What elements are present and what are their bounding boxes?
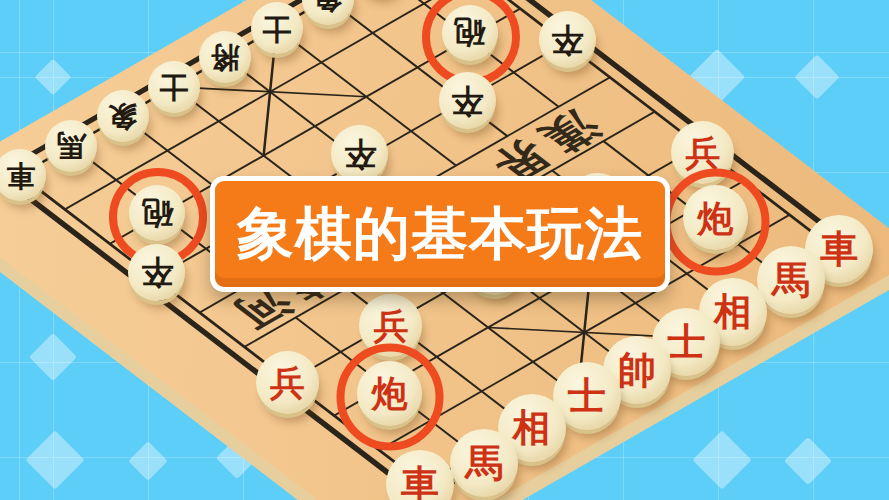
piece-glyph: 將 <box>211 43 240 72</box>
piece-glyph: 卒 <box>344 138 376 170</box>
piece-black-soldier[interactable]: 卒 <box>539 11 596 68</box>
piece-red-cannon[interactable]: 炮 <box>357 361 422 426</box>
piece-red-horse[interactable]: 馬 <box>450 429 518 497</box>
piece-glyph: 士 <box>667 323 705 361</box>
piece-black-elephant[interactable]: 象 <box>97 90 149 142</box>
piece-glyph: 卒 <box>551 24 583 56</box>
piece-black-advisor[interactable]: 士 <box>251 2 303 54</box>
piece-glyph: 車 <box>6 161 35 190</box>
piece-black-soldier[interactable]: 卒 <box>128 244 185 301</box>
piece-glyph: 象 <box>108 102 137 131</box>
scene: 楚河漢界 車馬象士將士象馬車砲砲卒卒卒卒卒兵兵兵兵兵炮炮車馬相士帥士相馬車 象棋… <box>0 0 889 500</box>
piece-glyph: 帥 <box>618 351 656 389</box>
piece-glyph: 炮 <box>697 200 733 236</box>
piece-glyph: 士 <box>159 72 188 101</box>
piece-glyph: 兵 <box>685 135 720 170</box>
piece-black-cannon[interactable]: 砲 <box>442 5 498 61</box>
piece-glyph: 砲 <box>454 17 485 48</box>
piece-glyph: 卒 <box>141 256 173 288</box>
piece-glyph: 車 <box>401 465 439 500</box>
piece-glyph: 馬 <box>772 261 810 299</box>
piece-glyph: 卒 <box>451 85 483 117</box>
piece-red-soldier[interactable]: 兵 <box>256 351 319 414</box>
piece-glyph: 車 <box>820 230 858 268</box>
piece-glyph: 兵 <box>270 365 305 400</box>
piece-black-advisor[interactable]: 士 <box>148 61 200 113</box>
piece-glyph: 炮 <box>371 375 407 411</box>
piece-red-horse[interactable]: 馬 <box>757 246 825 314</box>
piece-black-cannon[interactable]: 砲 <box>129 185 185 241</box>
piece-glyph: 兵 <box>373 308 408 343</box>
piece-glyph: 象 <box>313 0 342 13</box>
banner-title: 象棋的基本玩法 <box>237 196 643 273</box>
piece-glyph: 馬 <box>57 131 86 160</box>
piece-glyph: 相 <box>714 293 752 331</box>
piece-glyph: 相 <box>513 409 551 447</box>
piece-red-cannon[interactable]: 炮 <box>683 185 748 250</box>
piece-black-soldier[interactable]: 卒 <box>331 125 388 182</box>
piece-black-soldier[interactable]: 卒 <box>439 72 496 129</box>
piece-glyph: 馬 <box>465 444 503 482</box>
piece-glyph: 士 <box>568 377 606 415</box>
piece-glyph: 士 <box>262 14 291 43</box>
title-banner: 象棋的基本玩法 <box>210 176 670 292</box>
piece-black-horse[interactable]: 馬 <box>45 120 97 172</box>
piece-glyph: 砲 <box>142 198 173 229</box>
